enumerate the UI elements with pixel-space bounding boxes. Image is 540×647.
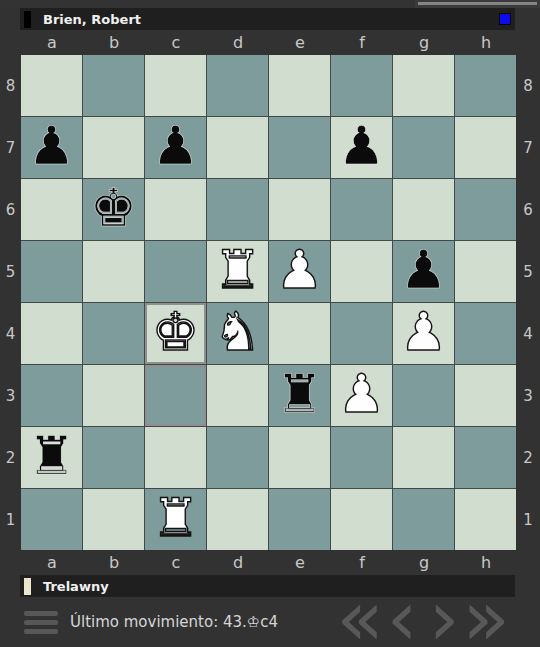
square-h2[interactable] (455, 427, 516, 488)
white-player-color-swatch (24, 578, 31, 595)
nav-previous-move-button[interactable]: ‹ (384, 597, 420, 647)
rank-labels-right: 87654321 (516, 55, 540, 550)
square-g8[interactable] (393, 55, 454, 116)
file-label-h: h (455, 553, 517, 572)
square-d2[interactable] (207, 427, 268, 488)
square-a3[interactable] (21, 365, 82, 426)
black-pawn[interactable]: ♟ (400, 243, 448, 296)
black-pawn[interactable]: ♟ (338, 119, 386, 172)
square-f4[interactable] (331, 303, 392, 364)
file-label-e: e (269, 553, 331, 572)
rank-label-3-right: 3 (516, 365, 540, 426)
file-labels-bottom: abcdefgh (0, 550, 540, 575)
square-f3[interactable]: ♟ (331, 365, 392, 426)
white-pawn[interactable]: ♟ (338, 367, 386, 420)
rank-label-6-right: 6 (516, 179, 540, 240)
rank-label-3-left: 3 (0, 365, 21, 426)
square-h8[interactable] (455, 55, 516, 116)
rank-label-5-right: 5 (516, 241, 540, 302)
square-f7[interactable]: ♟ (331, 117, 392, 178)
square-a7[interactable]: ♟ (21, 117, 82, 178)
status-indicator (499, 13, 511, 25)
black-king[interactable]: ♚ (90, 181, 138, 234)
square-h4[interactable] (455, 303, 516, 364)
square-b6[interactable]: ♚ (83, 179, 144, 240)
square-d6[interactable] (207, 179, 268, 240)
square-b8[interactable] (83, 55, 144, 116)
square-c2[interactable] (145, 427, 206, 488)
file-label-a: a (21, 553, 83, 572)
chess-board[interactable]: ♟♟♟♚♜♟♟♚♞♟♜♟♜♜ (21, 55, 516, 550)
square-a8[interactable] (21, 55, 82, 116)
square-e2[interactable] (269, 427, 330, 488)
square-d7[interactable] (207, 117, 268, 178)
square-d3[interactable] (207, 365, 268, 426)
square-c6[interactable] (145, 179, 206, 240)
white-rook[interactable]: ♜ (214, 243, 262, 296)
square-e3[interactable]: ♜ (269, 365, 330, 426)
square-h7[interactable] (455, 117, 516, 178)
file-label-c: c (145, 33, 207, 52)
square-b5[interactable] (83, 241, 144, 302)
square-h1[interactable] (455, 489, 516, 550)
square-g3[interactable] (393, 365, 454, 426)
rank-label-7-left: 7 (0, 117, 21, 178)
square-g6[interactable] (393, 179, 454, 240)
square-d1[interactable] (207, 489, 268, 550)
window-drag-handle (418, 2, 537, 5)
square-e5[interactable]: ♟ (269, 241, 330, 302)
square-a1[interactable] (21, 489, 82, 550)
file-label-b: b (83, 553, 145, 572)
square-g7[interactable] (393, 117, 454, 178)
rank-label-5-left: 5 (0, 241, 21, 302)
square-g2[interactable] (393, 427, 454, 488)
rank-label-2-right: 2 (516, 427, 540, 488)
white-rook[interactable]: ♜ (152, 491, 200, 544)
square-g1[interactable] (393, 489, 454, 550)
rank-label-4-left: 4 (0, 303, 21, 364)
rank-label-6-left: 6 (0, 179, 21, 240)
white-pawn[interactable]: ♟ (400, 305, 448, 358)
square-f8[interactable] (331, 55, 392, 116)
square-e6[interactable] (269, 179, 330, 240)
file-label-h: h (455, 33, 517, 52)
rank-label-2-left: 2 (0, 427, 21, 488)
square-f1[interactable] (331, 489, 392, 550)
nav-first-move-button[interactable]: « (342, 597, 378, 647)
rank-label-8-left: 8 (0, 55, 21, 116)
square-c1[interactable]: ♜ (145, 489, 206, 550)
file-label-d: d (207, 33, 269, 52)
black-player-name: Brien, Robert (43, 12, 141, 27)
square-e8[interactable] (269, 55, 330, 116)
white-pawn[interactable]: ♟ (276, 243, 324, 296)
black-player-bar: Brien, Robert (20, 8, 515, 30)
last-move-status-text: Último movimiento: 43.♔c4 (70, 613, 278, 631)
rank-labels-left: 87654321 (0, 55, 21, 550)
black-player-color-swatch (24, 11, 31, 28)
square-c7[interactable]: ♟ (145, 117, 206, 178)
rank-label-7-right: 7 (516, 117, 540, 178)
square-f6[interactable] (331, 179, 392, 240)
nav-next-move-button[interactable]: › (426, 597, 462, 647)
nav-last-move-button[interactable]: » (468, 597, 504, 647)
square-e7[interactable] (269, 117, 330, 178)
square-h6[interactable] (455, 179, 516, 240)
rank-label-1-left: 1 (0, 489, 21, 550)
file-label-g: g (393, 33, 455, 52)
file-label-c: c (145, 553, 207, 572)
square-f5[interactable] (331, 241, 392, 302)
square-b1[interactable] (83, 489, 144, 550)
square-b4[interactable] (83, 303, 144, 364)
square-d4[interactable]: ♞ (207, 303, 268, 364)
square-c4[interactable]: ♚ (145, 303, 206, 364)
square-c3[interactable] (145, 365, 206, 426)
file-label-g: g (393, 553, 455, 572)
black-rook[interactable]: ♜ (28, 429, 76, 482)
navigation-toolbar: Último movimiento: 43.♔c4 « ‹ › » (0, 597, 540, 647)
square-b2[interactable] (83, 427, 144, 488)
rank-label-8-right: 8 (516, 55, 540, 116)
move-navigation: « ‹ › » (342, 597, 504, 647)
square-a5[interactable] (21, 241, 82, 302)
file-label-d: d (207, 553, 269, 572)
rank-label-1-right: 1 (516, 489, 540, 550)
square-c5[interactable] (145, 241, 206, 302)
square-a4[interactable] (21, 303, 82, 364)
square-g4[interactable]: ♟ (393, 303, 454, 364)
square-e4[interactable] (269, 303, 330, 364)
square-c8[interactable] (145, 55, 206, 116)
black-rook[interactable]: ♜ (276, 367, 324, 420)
white-knight[interactable]: ♞ (214, 305, 262, 358)
square-b3[interactable] (83, 365, 144, 426)
file-labels-top: abcdefgh (0, 30, 540, 55)
hamburger-icon (24, 611, 58, 616)
file-label-a: a (21, 33, 83, 52)
menu-button[interactable] (24, 611, 58, 634)
chess-board-area: 87654321 ♟♟♟♚♜♟♟♚♞♟♜♟♜♜ 87654321 (0, 55, 540, 550)
white-player-name: Trelawny (43, 579, 109, 594)
square-f2[interactable] (331, 427, 392, 488)
screen-top-edge (0, 0, 540, 8)
square-g5[interactable]: ♟ (393, 241, 454, 302)
file-label-e: e (269, 33, 331, 52)
square-h3[interactable] (455, 365, 516, 426)
square-h5[interactable] (455, 241, 516, 302)
white-king[interactable]: ♚ (152, 305, 200, 358)
square-a6[interactable] (21, 179, 82, 240)
rank-label-4-right: 4 (516, 303, 540, 364)
square-b7[interactable] (83, 117, 144, 178)
square-e1[interactable] (269, 489, 330, 550)
file-label-f: f (331, 553, 393, 572)
square-a2[interactable]: ♜ (21, 427, 82, 488)
file-label-b: b (83, 33, 145, 52)
black-pawn[interactable]: ♟ (152, 119, 200, 172)
file-label-f: f (331, 33, 393, 52)
black-pawn[interactable]: ♟ (28, 119, 76, 172)
window-edge-fragment (415, 0, 540, 8)
square-d8[interactable] (207, 55, 268, 116)
square-d5[interactable]: ♜ (207, 241, 268, 302)
